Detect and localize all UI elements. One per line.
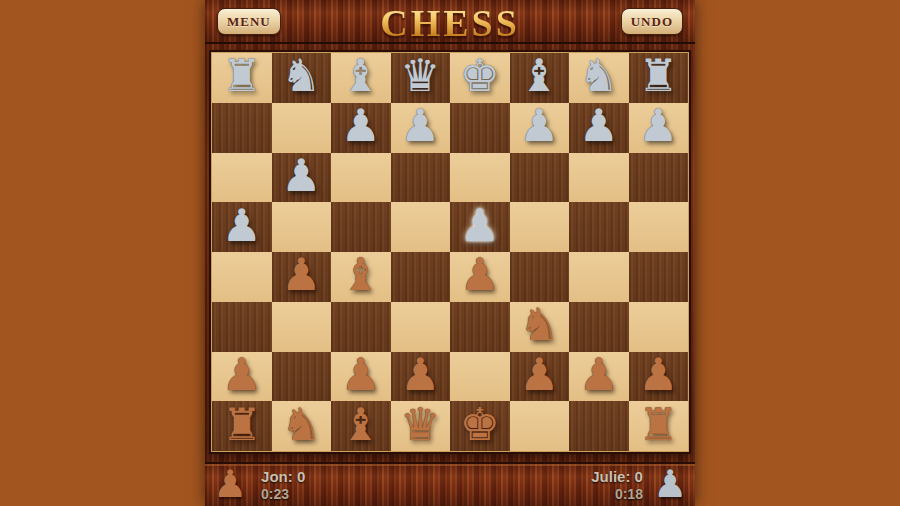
square-h4[interactable] [629,252,689,302]
piece-white-pawn-e4[interactable]: ♟ [460,252,500,297]
piece-black-queen-d8[interactable]: ♛ [400,53,440,98]
square-b6[interactable]: ♟ [272,153,332,203]
piece-black-knight-b8[interactable]: ♞ [281,53,321,98]
piece-white-bishop-c4[interactable]: ♝ [341,252,381,297]
square-c3[interactable] [331,302,391,352]
chess-board: ♜♞♝♛♚♝♞♜♟♟♟♟♟♟♟♟♟♝♟♞♟♟♟♟♟♟♜♞♝♛♚♜ [211,52,689,452]
square-b7[interactable] [272,103,332,153]
square-e4[interactable]: ♟ [450,252,510,302]
square-g2[interactable]: ♟ [569,352,629,402]
square-g1[interactable] [569,401,629,451]
piece-white-king-e1[interactable]: ♚ [460,402,500,447]
square-h1[interactable]: ♜ [629,401,689,451]
square-b4[interactable]: ♟ [272,252,332,302]
square-b2[interactable] [272,352,332,402]
player-white-info: ♟ Jon: 0 0:23 [213,466,305,504]
player-white-clock: 0:23 [261,486,305,502]
square-e5[interactable]: ♟ [450,202,510,252]
square-b1[interactable]: ♞ [272,401,332,451]
piece-black-pawn-d7[interactable]: ♟ [400,103,440,148]
piece-black-pawn-f7[interactable]: ♟ [519,103,559,148]
piece-white-rook-a1[interactable]: ♜ [222,402,262,447]
square-e2[interactable] [450,352,510,402]
piece-black-king-e8[interactable]: ♚ [460,53,500,98]
square-d6[interactable] [391,153,451,203]
square-f7[interactable]: ♟ [510,103,570,153]
piece-white-knight-b1[interactable]: ♞ [281,402,321,447]
square-f2[interactable]: ♟ [510,352,570,402]
square-d8[interactable]: ♛ [391,53,451,103]
square-a4[interactable] [212,252,272,302]
piece-white-pawn-f2[interactable]: ♟ [519,352,559,397]
square-b3[interactable] [272,302,332,352]
square-a2[interactable]: ♟ [212,352,272,402]
square-e1[interactable]: ♚ [450,401,510,451]
square-h5[interactable] [629,202,689,252]
square-a8[interactable]: ♜ [212,53,272,103]
piece-black-bishop-c8[interactable]: ♝ [341,53,381,98]
piece-white-queen-d1[interactable]: ♛ [400,402,440,447]
square-e3[interactable] [450,302,510,352]
square-c4[interactable]: ♝ [331,252,391,302]
board-area: ♜♞♝♛♚♝♞♜♟♟♟♟♟♟♟♟♟♝♟♞♟♟♟♟♟♟♜♞♝♛♚♜ [205,44,695,462]
piece-black-pawn-g7[interactable]: ♟ [579,103,619,148]
piece-black-pawn-a5[interactable]: ♟ [222,203,262,248]
square-h2[interactable]: ♟ [629,352,689,402]
square-b8[interactable]: ♞ [272,53,332,103]
square-f1[interactable] [510,401,570,451]
square-d2[interactable]: ♟ [391,352,451,402]
piece-black-pawn-c7[interactable]: ♟ [341,103,381,148]
square-b5[interactable] [272,202,332,252]
piece-white-pawn-a2[interactable]: ♟ [222,352,262,397]
square-g8[interactable]: ♞ [569,53,629,103]
square-g3[interactable] [569,302,629,352]
square-a7[interactable] [212,103,272,153]
square-c2[interactable]: ♟ [331,352,391,402]
square-f8[interactable]: ♝ [510,53,570,103]
square-e6[interactable] [450,153,510,203]
piece-black-rook-h8[interactable]: ♜ [638,53,678,98]
square-d3[interactable] [391,302,451,352]
square-g6[interactable] [569,153,629,203]
square-c6[interactable] [331,153,391,203]
menu-button[interactable]: MENU [217,8,281,35]
piece-white-rook-h1[interactable]: ♜ [638,402,678,447]
player-black-info: Julie: 0 0:18 ♟ [591,466,687,504]
square-a6[interactable] [212,153,272,203]
status-bar: ♟ Jon: 0 0:23 Julie: 0 0:18 ♟ [205,462,695,506]
square-c5[interactable] [331,202,391,252]
square-a1[interactable]: ♜ [212,401,272,451]
square-d4[interactable] [391,252,451,302]
square-h7[interactable]: ♟ [629,103,689,153]
piece-white-knight-f3[interactable]: ♞ [519,302,559,347]
square-c7[interactable]: ♟ [331,103,391,153]
square-d7[interactable]: ♟ [391,103,451,153]
square-c1[interactable]: ♝ [331,401,391,451]
square-e8[interactable]: ♚ [450,53,510,103]
chess-app-window: MENU CHESS UNDO ♜♞♝♛♚♝♞♜♟♟♟♟♟♟♟♟♟♝♟♞♟♟♟♟… [205,0,695,506]
square-f6[interactable] [510,153,570,203]
square-g7[interactable]: ♟ [569,103,629,153]
piece-white-pawn-h2[interactable]: ♟ [638,352,678,397]
square-d5[interactable] [391,202,451,252]
piece-white-pawn-g2[interactable]: ♟ [579,352,619,397]
player-black-name-score: Julie: 0 [591,468,643,485]
square-h8[interactable]: ♜ [629,53,689,103]
top-bar: MENU CHESS UNDO [205,0,695,44]
player-white-name-score: Jon: 0 [261,468,305,485]
square-a3[interactable] [212,302,272,352]
piece-white-pawn-d2[interactable]: ♟ [400,352,440,397]
piece-black-pawn-e5[interactable]: ♟ [460,203,500,248]
piece-black-rook-a8[interactable]: ♜ [222,53,262,98]
square-f4[interactable] [510,252,570,302]
piece-black-pawn-b6[interactable]: ♟ [281,153,321,198]
square-h6[interactable] [629,153,689,203]
square-g4[interactable] [569,252,629,302]
square-d1[interactable]: ♛ [391,401,451,451]
square-e7[interactable] [450,103,510,153]
piece-black-knight-g8[interactable]: ♞ [579,53,619,98]
piece-white-pawn-c2[interactable]: ♟ [341,352,381,397]
square-c8[interactable]: ♝ [331,53,391,103]
black-pawn-icon: ♟ [653,465,687,503]
square-f3[interactable]: ♞ [510,302,570,352]
player-black-clock: 0:18 [591,486,643,502]
piece-white-pawn-b4[interactable]: ♟ [281,252,321,297]
square-f5[interactable] [510,202,570,252]
piece-black-bishop-f8[interactable]: ♝ [519,53,559,98]
undo-button[interactable]: UNDO [621,8,683,35]
piece-black-pawn-h7[interactable]: ♟ [638,103,678,148]
square-a5[interactable]: ♟ [212,202,272,252]
white-pawn-icon: ♟ [213,465,247,503]
piece-white-bishop-c1[interactable]: ♝ [341,402,381,447]
square-g5[interactable] [569,202,629,252]
square-h3[interactable] [629,302,689,352]
